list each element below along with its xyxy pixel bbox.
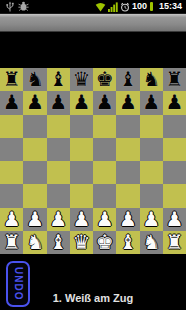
piece-white-knight: ♞	[26, 231, 44, 254]
square-g8[interactable]: ♞	[140, 68, 163, 91]
square-h4[interactable]	[163, 161, 186, 184]
square-f5[interactable]	[116, 138, 139, 161]
square-e8[interactable]: ♚	[93, 68, 116, 91]
square-f3[interactable]	[116, 184, 139, 207]
square-h8[interactable]: ♜	[163, 68, 186, 91]
square-h3[interactable]	[163, 184, 186, 207]
square-g1[interactable]: ♞	[140, 231, 163, 254]
square-h7[interactable]: ♟	[163, 91, 186, 114]
square-f2[interactable]: ♟	[116, 208, 139, 231]
square-e3[interactable]	[93, 184, 116, 207]
battery-level-icon	[150, 2, 153, 11]
piece-white-pawn: ♟	[26, 208, 44, 231]
piece-white-pawn: ♟	[119, 208, 137, 231]
square-c5[interactable]	[47, 138, 70, 161]
piece-black-bishop: ♝	[49, 68, 67, 91]
square-d4[interactable]	[70, 161, 93, 184]
square-e5[interactable]	[93, 138, 116, 161]
android-status-bar: 100 15:34	[0, 0, 186, 14]
square-d2[interactable]: ♟	[70, 208, 93, 231]
square-f4[interactable]	[116, 161, 139, 184]
piece-black-rook: ♜	[165, 68, 183, 91]
square-h5[interactable]	[163, 138, 186, 161]
square-b6[interactable]	[23, 115, 46, 138]
battery-percent: 100	[132, 0, 147, 13]
piece-black-pawn: ♟	[49, 91, 67, 114]
piece-white-king: ♚	[96, 231, 114, 254]
screen: 100 15:34 ♜♞♝♛♚♝♞♜♟♟♟♟♟♟♟♟♟♟♟♟♟♟♟♟♜♞♝♛♚♝…	[0, 0, 186, 310]
piece-white-pawn: ♟	[3, 208, 21, 231]
square-c2[interactable]: ♟	[47, 208, 70, 231]
piece-black-queen: ♛	[72, 68, 90, 91]
square-f1[interactable]: ♝	[116, 231, 139, 254]
square-c8[interactable]: ♝	[47, 68, 70, 91]
square-e2[interactable]: ♟	[93, 208, 116, 231]
square-b2[interactable]: ♟	[23, 208, 46, 231]
signal-strength-icon	[108, 2, 118, 12]
square-g3[interactable]	[140, 184, 163, 207]
square-d5[interactable]	[70, 138, 93, 161]
square-g2[interactable]: ♟	[140, 208, 163, 231]
move-status-text: 1. Weiß am Zug	[0, 292, 186, 304]
square-h2[interactable]: ♟	[163, 208, 186, 231]
square-g5[interactable]	[140, 138, 163, 161]
piece-black-knight: ♞	[142, 68, 160, 91]
piece-white-bishop: ♝	[49, 231, 67, 254]
piece-black-knight: ♞	[26, 68, 44, 91]
square-b5[interactable]	[23, 138, 46, 161]
piece-black-pawn: ♟	[72, 91, 90, 114]
square-e7[interactable]: ♟	[93, 91, 116, 114]
square-a6[interactable]	[0, 115, 23, 138]
square-h1[interactable]: ♜	[163, 231, 186, 254]
piece-white-bishop: ♝	[119, 231, 137, 254]
piece-white-pawn: ♟	[96, 208, 114, 231]
piece-white-rook: ♜	[3, 231, 21, 254]
debug-bug-icon	[18, 1, 29, 12]
square-e6[interactable]	[93, 115, 116, 138]
piece-black-pawn: ♟	[165, 91, 183, 114]
status-bar-right: 100 15:34	[95, 0, 186, 13]
square-f8[interactable]: ♝	[116, 68, 139, 91]
square-d1[interactable]: ♛	[70, 231, 93, 254]
square-a2[interactable]: ♟	[0, 208, 23, 231]
piece-white-pawn: ♟	[165, 208, 183, 231]
square-c7[interactable]: ♟	[47, 91, 70, 114]
piece-white-queen: ♛	[72, 231, 90, 254]
clock-time: 15:34	[159, 0, 182, 13]
square-a3[interactable]	[0, 184, 23, 207]
square-e4[interactable]	[93, 161, 116, 184]
piece-black-pawn: ♟	[142, 91, 160, 114]
piece-white-pawn: ♟	[142, 208, 160, 231]
piece-white-pawn: ♟	[72, 208, 90, 231]
square-b3[interactable]	[23, 184, 46, 207]
square-c6[interactable]	[47, 115, 70, 138]
square-f7[interactable]: ♟	[116, 91, 139, 114]
square-c3[interactable]	[47, 184, 70, 207]
square-c1[interactable]: ♝	[47, 231, 70, 254]
square-c4[interactable]	[47, 161, 70, 184]
square-a5[interactable]	[0, 138, 23, 161]
usb-icon	[6, 1, 14, 13]
square-g6[interactable]	[140, 115, 163, 138]
piece-black-pawn: ♟	[119, 91, 137, 114]
piece-white-pawn: ♟	[49, 208, 67, 231]
wifi-icon	[95, 2, 106, 12]
piece-black-rook: ♜	[3, 68, 21, 91]
square-a8[interactable]: ♜	[0, 68, 23, 91]
piece-white-rook: ♜	[165, 231, 183, 254]
piece-white-knight: ♞	[142, 231, 160, 254]
square-a4[interactable]	[0, 161, 23, 184]
square-d3[interactable]	[70, 184, 93, 207]
piece-black-bishop: ♝	[119, 68, 137, 91]
square-b7[interactable]: ♟	[23, 91, 46, 114]
square-d8[interactable]: ♛	[70, 68, 93, 91]
app-title-bar	[0, 14, 186, 32]
piece-black-king: ♚	[96, 68, 114, 91]
square-g4[interactable]	[140, 161, 163, 184]
square-a1[interactable]: ♜	[0, 231, 23, 254]
square-e1[interactable]: ♚	[93, 231, 116, 254]
chess-board: ♜♞♝♛♚♝♞♜♟♟♟♟♟♟♟♟♟♟♟♟♟♟♟♟♜♞♝♛♚♝♞♜	[0, 68, 186, 254]
square-f6[interactable]	[116, 115, 139, 138]
square-b8[interactable]: ♞	[23, 68, 46, 91]
square-a7[interactable]: ♟	[0, 91, 23, 114]
square-d6[interactable]	[70, 115, 93, 138]
square-d7[interactable]: ♟	[70, 91, 93, 114]
square-b4[interactable]	[23, 161, 46, 184]
piece-black-pawn: ♟	[96, 91, 114, 114]
alarm-clock-icon	[120, 2, 130, 12]
square-g7[interactable]: ♟	[140, 91, 163, 114]
status-bar-left	[0, 1, 29, 13]
piece-black-pawn: ♟	[3, 91, 21, 114]
square-b1[interactable]: ♞	[23, 231, 46, 254]
piece-black-pawn: ♟	[26, 91, 44, 114]
square-h6[interactable]	[163, 115, 186, 138]
